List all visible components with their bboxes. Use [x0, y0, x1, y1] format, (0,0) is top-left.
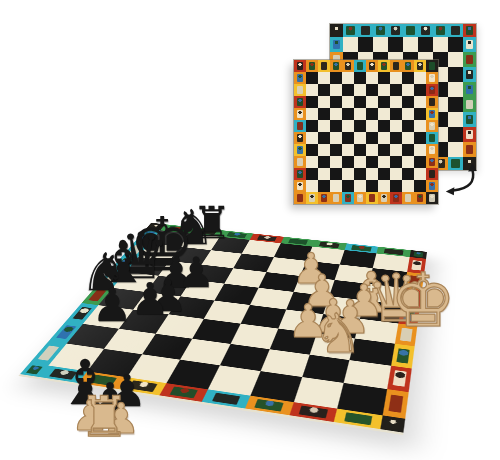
- totem-figure-icon: [346, 26, 355, 34]
- board-square: [366, 96, 378, 108]
- border-decoration-cell: [463, 97, 476, 112]
- board-square: [306, 144, 318, 156]
- border-decoration-cell: [366, 60, 378, 72]
- border-decoration-cell: [318, 60, 330, 72]
- border-decoration-cell: [414, 60, 426, 72]
- totem-figure-icon: [429, 110, 436, 117]
- totem-figure-icon: [466, 26, 474, 34]
- border-decoration-cell: [463, 127, 476, 142]
- totem-figure-icon: [333, 40, 341, 49]
- flip-arrow-icon: [441, 162, 481, 200]
- board-square: [354, 84, 366, 96]
- border-decoration-cell: [378, 60, 390, 72]
- board-square: [354, 108, 366, 120]
- totem-figure-icon: [333, 62, 340, 69]
- totem-figure-icon: [297, 158, 304, 165]
- totem-figure-icon: [429, 134, 436, 141]
- border-decoration-cell: [354, 192, 366, 204]
- border-decoration-cell: [330, 37, 343, 52]
- board-square: [318, 120, 330, 132]
- border-decoration-cell: [294, 168, 306, 180]
- border-decoration-cell: [463, 112, 476, 127]
- border-decoration-cell: [354, 60, 366, 72]
- totem-figure-icon: [429, 62, 436, 69]
- board-square: [390, 132, 402, 144]
- totem-figure-icon: [405, 62, 412, 69]
- board-square: [378, 180, 390, 192]
- totem-figure-icon: [466, 70, 474, 79]
- board-square: [402, 120, 414, 132]
- border-decoration-cell: [463, 24, 476, 37]
- board-square: [354, 72, 366, 84]
- border-decoration-cell: [318, 192, 330, 204]
- board-square: [390, 108, 402, 120]
- black-pawn[interactable]: ♟: [130, 277, 169, 321]
- board-square: [342, 96, 354, 108]
- totem-figure-icon: [345, 194, 352, 201]
- board-square: [448, 52, 463, 67]
- border-decoration-cell: [463, 142, 476, 157]
- totem-figure-icon: [466, 40, 474, 49]
- totem-figure-icon: [297, 182, 304, 189]
- totem-figure-icon: [297, 110, 304, 117]
- board-square: [390, 168, 402, 180]
- board-square: [306, 72, 318, 84]
- board-square: [366, 108, 378, 120]
- border-decoration-cell: [294, 60, 306, 72]
- totem-figure-icon: [406, 26, 415, 34]
- board-square: [366, 132, 378, 144]
- border-decoration-cell: [330, 24, 343, 37]
- border-decoration-cell: [342, 192, 354, 204]
- board-square: [378, 96, 390, 108]
- black-pawn[interactable]: ♟: [91, 282, 132, 328]
- totem-figure-icon: [429, 98, 436, 105]
- border-decoration-cell: [448, 24, 463, 37]
- board-square: [448, 97, 463, 112]
- totem-figure-icon: [321, 62, 328, 69]
- board-square: [414, 120, 426, 132]
- border-decoration-cell: [366, 192, 378, 204]
- totem-figure-icon: [369, 194, 376, 201]
- border-decoration-cell: [388, 24, 403, 37]
- border-decoration-cell: [342, 60, 354, 72]
- board-square: [342, 108, 354, 120]
- board-square: [448, 37, 463, 52]
- board-square: [414, 108, 426, 120]
- totem-figure-icon: [391, 26, 400, 34]
- border-decoration-cell: [426, 60, 438, 72]
- border-decoration-cell: [343, 24, 358, 37]
- board-square: [414, 84, 426, 96]
- totem-figure-icon: [417, 62, 424, 69]
- board-square: [318, 156, 330, 168]
- border-decoration-cell: [306, 60, 318, 72]
- totem-figure-icon: [309, 194, 316, 201]
- board-square: [318, 108, 330, 120]
- board-square: [306, 108, 318, 120]
- board-square: [418, 37, 433, 52]
- border-decoration-cell: [402, 192, 414, 204]
- border-decoration-cell: [306, 192, 318, 204]
- totem-figure-icon: [381, 62, 388, 69]
- board-square: [306, 120, 318, 132]
- board-square: [318, 144, 330, 156]
- totem-figure-icon: [429, 194, 436, 201]
- board-square: [318, 132, 330, 144]
- border-decoration-cell: [402, 60, 414, 72]
- border-decoration-cell: [426, 72, 438, 84]
- totem-figure-icon: [357, 62, 364, 69]
- board-square: [378, 168, 390, 180]
- border-decoration-cell: [426, 84, 438, 96]
- board-square: [414, 72, 426, 84]
- border-decoration-cell: [294, 72, 306, 84]
- board-square: [330, 108, 342, 120]
- board-square: [330, 168, 342, 180]
- border-decoration-cell: [294, 96, 306, 108]
- board-square: [448, 67, 463, 82]
- totem-figure-icon: [466, 55, 474, 64]
- white-king[interactable]: ♚: [390, 263, 456, 337]
- board-square: [330, 132, 342, 144]
- board-square: [358, 37, 373, 52]
- board-square: [342, 84, 354, 96]
- totem-figure-icon: [393, 62, 400, 69]
- board-square: [388, 37, 403, 52]
- border-decoration-cell: [463, 52, 476, 67]
- board-square: [414, 132, 426, 144]
- board-square: [342, 180, 354, 192]
- board-square: [306, 84, 318, 96]
- board-square: [390, 180, 402, 192]
- white-knight[interactable]: ♞: [314, 307, 362, 361]
- board-square: [378, 120, 390, 132]
- board-square: [403, 37, 418, 52]
- border-decoration-cell: [426, 180, 438, 192]
- border-decoration-cell: [463, 37, 476, 52]
- totem-figure-icon: [393, 194, 400, 201]
- totem-figure-icon: [429, 74, 436, 81]
- totem-figure-icon: [309, 62, 316, 69]
- board-square: [318, 96, 330, 108]
- board-square: [306, 156, 318, 168]
- board-square: [330, 180, 342, 192]
- board-square: [448, 112, 463, 127]
- board-square: [378, 132, 390, 144]
- totem-figure-icon: [417, 194, 424, 201]
- totem-figure-icon: [405, 194, 412, 201]
- board-square: [318, 84, 330, 96]
- board-square: [402, 96, 414, 108]
- board-square: [342, 120, 354, 132]
- board-square: [342, 144, 354, 156]
- totem-figure-icon: [357, 194, 364, 201]
- totem-figure-icon: [297, 146, 304, 153]
- board-square: [390, 84, 402, 96]
- board-square: [378, 72, 390, 84]
- board-square: [390, 120, 402, 132]
- border-decoration-cell: [358, 24, 373, 37]
- product-photo: ♞♝♛♚♞♜♟♟♟♟♟♟♟♟♟♟♟♝♛♚♞♝♟♟♟♜♟: [0, 0, 500, 460]
- board-square: [402, 72, 414, 84]
- board-square: [366, 84, 378, 96]
- totem-figure-icon: [369, 62, 376, 69]
- totem-figure-icon: [466, 145, 474, 154]
- totem-figure-icon: [333, 26, 341, 34]
- board-square: [366, 72, 378, 84]
- totem-figure-icon: [297, 194, 304, 201]
- border-decoration-cell: [390, 60, 402, 72]
- totem-figure-icon: [345, 62, 352, 69]
- border-decoration-cell: [294, 180, 306, 192]
- totem-figure-icon: [333, 194, 340, 201]
- totem-figure-icon: [451, 26, 460, 34]
- border-decoration-cell: [294, 132, 306, 144]
- board-square: [373, 37, 388, 52]
- board-square: [366, 156, 378, 168]
- border-decoration-cell: [463, 82, 476, 97]
- totem-figure-icon: [429, 122, 436, 129]
- board-checkers-side: [294, 60, 438, 204]
- board-square: [354, 120, 366, 132]
- board-square: [318, 168, 330, 180]
- board-square: [342, 72, 354, 84]
- totem-figure-icon: [466, 130, 474, 139]
- border-decoration-cell: [426, 96, 438, 108]
- totem-figure-icon: [466, 85, 474, 94]
- board-square: [448, 142, 463, 157]
- board-square: [354, 156, 366, 168]
- board-square: [354, 168, 366, 180]
- board-square: [402, 168, 414, 180]
- board-square: [318, 180, 330, 192]
- white-rook[interactable]: ♜: [79, 389, 129, 445]
- board-square: [306, 168, 318, 180]
- border-decoration-cell: [390, 192, 402, 204]
- totem-figure-icon: [297, 86, 304, 93]
- totem-figure-icon: [466, 115, 474, 124]
- border-decoration-cell: [330, 60, 342, 72]
- board-square: [318, 72, 330, 84]
- board-square: [343, 37, 358, 52]
- border-decoration-cell: [294, 120, 306, 132]
- board-square: [330, 84, 342, 96]
- border-decoration-cell: [294, 156, 306, 168]
- board-square: [366, 144, 378, 156]
- board-square: [354, 96, 366, 108]
- totem-figure-icon: [297, 62, 304, 69]
- board-square: [448, 127, 463, 142]
- board-square: [414, 180, 426, 192]
- board-square: [330, 120, 342, 132]
- board-square: [366, 180, 378, 192]
- board-square: [390, 144, 402, 156]
- board-square: [402, 180, 414, 192]
- board-square: [390, 96, 402, 108]
- board-square: [366, 168, 378, 180]
- totem-figure-icon: [297, 134, 304, 141]
- totem-figure-icon: [429, 86, 436, 93]
- totem-figure-icon: [429, 158, 436, 165]
- totem-figure-icon: [376, 26, 385, 34]
- board-square: [378, 144, 390, 156]
- board-square: [402, 156, 414, 168]
- board-square: [366, 120, 378, 132]
- totem-figure-icon: [297, 122, 304, 129]
- border-decoration-cell: [294, 192, 306, 204]
- board-square: [402, 84, 414, 96]
- border-decoration-cell: [294, 144, 306, 156]
- board-square: [330, 96, 342, 108]
- border-decoration-cell: [414, 192, 426, 204]
- board-square: [433, 37, 448, 52]
- board-square: [414, 96, 426, 108]
- board-square: [414, 156, 426, 168]
- board-square: [402, 108, 414, 120]
- board-square: [342, 168, 354, 180]
- border-decoration-cell: [433, 24, 448, 37]
- border-decoration-cell: [330, 192, 342, 204]
- border-decoration-cell: [426, 156, 438, 168]
- border-decoration-cell: [426, 168, 438, 180]
- border-decoration-cell: [463, 67, 476, 82]
- board-square: [354, 180, 366, 192]
- board-square: [342, 132, 354, 144]
- border-decoration-cell: [426, 120, 438, 132]
- border-decoration-cell: [426, 108, 438, 120]
- board-square: [378, 156, 390, 168]
- board-square: [354, 132, 366, 144]
- border-decoration-cell: [426, 192, 438, 204]
- totem-figure-icon: [429, 182, 436, 189]
- board-square: [330, 72, 342, 84]
- border-decoration-cell: [426, 144, 438, 156]
- border-decoration-cell: [294, 84, 306, 96]
- board-square: [306, 96, 318, 108]
- border-decoration-cell: [378, 192, 390, 204]
- border-decoration-cell: [294, 108, 306, 120]
- totem-figure-icon: [429, 146, 436, 153]
- totem-figure-icon: [297, 170, 304, 177]
- totem-figure-icon: [421, 26, 430, 34]
- totem-figure-icon: [381, 194, 388, 201]
- border-decoration-cell: [418, 24, 433, 37]
- totem-figure-icon: [466, 100, 474, 109]
- totem-figure-icon: [321, 194, 328, 201]
- border-decoration-cell: [426, 132, 438, 144]
- totem-figure-icon: [436, 26, 445, 34]
- board-square: [390, 72, 402, 84]
- totem-figure-icon: [429, 170, 436, 177]
- board-square: [448, 82, 463, 97]
- board-square: [306, 180, 318, 192]
- board-square: [330, 156, 342, 168]
- border-decoration-cell: [403, 24, 418, 37]
- board-square: [378, 84, 390, 96]
- board-square: [402, 144, 414, 156]
- totem-figure-icon: [361, 26, 370, 34]
- board-square: [330, 144, 342, 156]
- board-square: [378, 108, 390, 120]
- board-square: [354, 144, 366, 156]
- board-square: [390, 156, 402, 168]
- board-square: [306, 132, 318, 144]
- board-square: [342, 156, 354, 168]
- border-decoration-cell: [373, 24, 388, 37]
- board-square: [414, 168, 426, 180]
- board-square: [402, 132, 414, 144]
- totem-figure-icon: [297, 74, 304, 81]
- board-square: [414, 144, 426, 156]
- totem-figure-icon: [297, 98, 304, 105]
